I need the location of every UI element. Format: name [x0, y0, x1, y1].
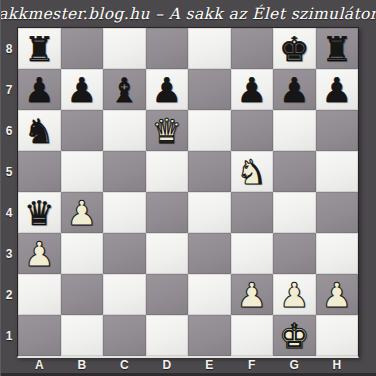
square-h5[interactable] [316, 151, 359, 192]
square-g3[interactable] [273, 233, 316, 274]
square-g4[interactable] [273, 192, 316, 233]
square-c8[interactable] [103, 28, 146, 69]
square-a3[interactable]: ♟ [18, 233, 61, 274]
white-knight-f5: ♞ [237, 152, 267, 192]
square-b7[interactable]: ♟ [61, 69, 104, 110]
square-e6[interactable] [188, 110, 231, 151]
square-b1[interactable] [61, 315, 104, 356]
square-a7[interactable]: ♟ [18, 69, 61, 110]
square-h4[interactable] [316, 192, 359, 233]
square-e3[interactable] [188, 233, 231, 274]
black-pawn-b7: ♟ [67, 70, 97, 110]
white-pawn-f2: ♟ [237, 275, 267, 315]
square-f5[interactable]: ♞ [231, 151, 274, 192]
black-pawn-f7: ♟ [237, 70, 267, 110]
square-h2[interactable]: ♟ [316, 274, 359, 315]
square-e7[interactable] [188, 69, 231, 110]
page-title: sakkmester.blog.hu – A sakk az Élet szim… [0, 5, 376, 23]
square-c2[interactable] [103, 274, 146, 315]
square-c1[interactable] [103, 315, 146, 356]
square-g1[interactable]: ♚ [273, 315, 316, 356]
square-g6[interactable] [273, 110, 316, 151]
square-c3[interactable] [103, 233, 146, 274]
file-label-d: D [146, 357, 189, 373]
white-king-g1: ♚ [279, 316, 309, 356]
square-f8[interactable] [231, 28, 274, 69]
square-f7[interactable]: ♟ [231, 69, 274, 110]
square-c4[interactable] [103, 192, 146, 233]
square-e4[interactable] [188, 192, 231, 233]
square-g5[interactable] [273, 151, 316, 192]
square-b5[interactable] [61, 151, 104, 192]
file-label-b: B [61, 357, 104, 373]
file-label-e: E [188, 357, 231, 373]
black-rook-h8: ♜ [322, 29, 352, 69]
file-label-h: H [316, 357, 359, 373]
square-h3[interactable] [316, 233, 359, 274]
rank-label-8: 8 [1, 28, 17, 69]
black-knight-a6: ♞ [24, 111, 54, 151]
black-king-g8: ♚ [279, 29, 309, 69]
square-d6[interactable]: ♛ [146, 110, 189, 151]
square-c7[interactable]: ♝ [103, 69, 146, 110]
square-d7[interactable]: ♟ [146, 69, 189, 110]
black-pawn-d7: ♟ [152, 70, 182, 110]
square-f3[interactable] [231, 233, 274, 274]
square-h7[interactable]: ♟ [316, 69, 359, 110]
square-d1[interactable] [146, 315, 189, 356]
square-d5[interactable] [146, 151, 189, 192]
white-queen-d6: ♛ [152, 111, 182, 151]
black-queen-a4: ♛ [24, 193, 54, 233]
rank-label-1: 1 [1, 315, 17, 356]
file-label-g: G [273, 357, 316, 373]
square-a4[interactable]: ♛ [18, 192, 61, 233]
file-label-a: A [18, 357, 61, 373]
square-g7[interactable]: ♟ [273, 69, 316, 110]
square-a2[interactable] [18, 274, 61, 315]
file-labels: ABCDEFGH [18, 357, 358, 373]
square-e1[interactable] [188, 315, 231, 356]
black-rook-a8: ♜ [24, 29, 54, 69]
black-bishop-c7: ♝ [109, 70, 139, 110]
black-pawn-a7: ♟ [24, 70, 54, 110]
square-b2[interactable] [61, 274, 104, 315]
square-e2[interactable] [188, 274, 231, 315]
white-pawn-a3: ♟ [24, 234, 54, 274]
rank-label-4: 4 [1, 192, 17, 233]
square-g8[interactable]: ♚ [273, 28, 316, 69]
square-h6[interactable] [316, 110, 359, 151]
square-b6[interactable] [61, 110, 104, 151]
square-d2[interactable] [146, 274, 189, 315]
square-b8[interactable] [61, 28, 104, 69]
white-pawn-h2: ♟ [322, 275, 352, 315]
square-a6[interactable]: ♞ [18, 110, 61, 151]
rank-label-3: 3 [1, 233, 17, 274]
square-f2[interactable]: ♟ [231, 274, 274, 315]
file-label-f: F [231, 357, 274, 373]
square-b4[interactable]: ♟ [61, 192, 104, 233]
square-f6[interactable] [231, 110, 274, 151]
white-pawn-g2: ♟ [279, 275, 309, 315]
square-e5[interactable] [188, 151, 231, 192]
chess-board: ♜♚♜♟♟♝♟♟♟♟♞♛♞♛♟♟♟♟♟♚ [18, 28, 358, 356]
rank-label-6: 6 [1, 110, 17, 151]
square-c6[interactable] [103, 110, 146, 151]
square-e8[interactable] [188, 28, 231, 69]
square-b3[interactable] [61, 233, 104, 274]
black-pawn-g7: ♟ [279, 70, 309, 110]
file-label-c: C [103, 357, 146, 373]
board-frame: ♜♚♜♟♟♝♟♟♟♟♞♛♞♛♟♟♟♟♟♚ [17, 27, 359, 358]
title-bar: sakkmester.blog.hu – A sakk az Élet szim… [1, 0, 376, 27]
square-d4[interactable] [146, 192, 189, 233]
rank-label-5: 5 [1, 151, 17, 192]
square-a1[interactable] [18, 315, 61, 356]
square-f1[interactable] [231, 315, 274, 356]
square-d3[interactable] [146, 233, 189, 274]
square-h8[interactable]: ♜ [316, 28, 359, 69]
square-a5[interactable] [18, 151, 61, 192]
white-pawn-b4: ♟ [67, 193, 97, 233]
square-g2[interactable]: ♟ [273, 274, 316, 315]
black-pawn-h7: ♟ [322, 70, 352, 110]
square-d8[interactable] [146, 28, 189, 69]
square-c5[interactable] [103, 151, 146, 192]
rank-labels: 87654321 [1, 28, 17, 356]
rank-label-2: 2 [1, 274, 17, 315]
square-a8[interactable]: ♜ [18, 28, 61, 69]
rank-label-7: 7 [1, 69, 17, 110]
square-h1[interactable] [316, 315, 359, 356]
chess-app-window: sakkmester.blog.hu – A sakk az Élet szim… [0, 0, 376, 376]
square-f4[interactable] [231, 192, 274, 233]
